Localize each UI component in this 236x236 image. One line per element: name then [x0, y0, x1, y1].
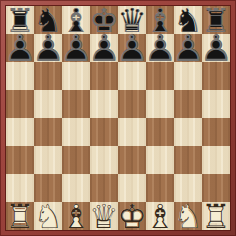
square-f7[interactable]: ♟♙	[146, 34, 174, 62]
white-queen: ♛♕	[90, 202, 118, 230]
square-e4[interactable]	[118, 118, 146, 146]
piece-outline-glyph: ♘	[34, 202, 62, 230]
white-rook: ♜♖	[6, 202, 34, 230]
square-d7[interactable]: ♟♙	[90, 34, 118, 62]
square-h1[interactable]: ♜♖	[202, 202, 230, 230]
square-f6[interactable]	[146, 62, 174, 90]
square-a1[interactable]: ♜♖	[6, 202, 34, 230]
square-d1[interactable]: ♛♕	[90, 202, 118, 230]
square-h3[interactable]	[202, 146, 230, 174]
board-frame: ♜♖♞♘♝♗♚♔♛♕♝♗♞♘♜♖♟♙♟♙♟♙♟♙♟♙♟♙♟♙♟♙♜♖♞♘♝♗♛♕…	[0, 0, 236, 236]
square-b1[interactable]: ♞♘	[34, 202, 62, 230]
square-e6[interactable]	[118, 62, 146, 90]
square-g5[interactable]	[174, 90, 202, 118]
piece-outline-glyph: ♔	[118, 202, 146, 230]
square-f3[interactable]	[146, 146, 174, 174]
white-rook: ♜♖	[202, 202, 230, 230]
white-bishop: ♝♗	[62, 202, 90, 230]
square-b6[interactable]	[34, 62, 62, 90]
square-a4[interactable]	[6, 118, 34, 146]
square-g6[interactable]	[174, 62, 202, 90]
piece-outline-glyph: ♗	[146, 202, 174, 230]
square-c1[interactable]: ♝♗	[62, 202, 90, 230]
square-f4[interactable]	[146, 118, 174, 146]
square-a3[interactable]	[6, 146, 34, 174]
square-e7[interactable]: ♟♙	[118, 34, 146, 62]
black-pawn: ♟♙	[34, 34, 62, 62]
square-h7[interactable]: ♟♙	[202, 34, 230, 62]
white-knight: ♞♘	[174, 202, 202, 230]
square-e1[interactable]: ♚♔	[118, 202, 146, 230]
square-f1[interactable]: ♝♗	[146, 202, 174, 230]
black-pawn: ♟♙	[174, 34, 202, 62]
square-h5[interactable]	[202, 90, 230, 118]
piece-outline-glyph: ♙	[118, 34, 146, 62]
square-e5[interactable]	[118, 90, 146, 118]
piece-outline-glyph: ♙	[202, 34, 230, 62]
piece-outline-glyph: ♖	[202, 202, 230, 230]
square-g7[interactable]: ♟♙	[174, 34, 202, 62]
piece-outline-glyph: ♙	[146, 34, 174, 62]
piece-outline-glyph: ♗	[62, 202, 90, 230]
square-c5[interactable]	[62, 90, 90, 118]
square-d5[interactable]	[90, 90, 118, 118]
square-g3[interactable]	[174, 146, 202, 174]
piece-outline-glyph: ♘	[174, 202, 202, 230]
square-h6[interactable]	[202, 62, 230, 90]
square-b3[interactable]	[34, 146, 62, 174]
square-a5[interactable]	[6, 90, 34, 118]
white-bishop: ♝♗	[146, 202, 174, 230]
square-c7[interactable]: ♟♙	[62, 34, 90, 62]
piece-outline-glyph: ♙	[174, 34, 202, 62]
white-king: ♚♔	[118, 202, 146, 230]
square-a6[interactable]	[6, 62, 34, 90]
black-pawn: ♟♙	[90, 34, 118, 62]
square-c4[interactable]	[62, 118, 90, 146]
square-d3[interactable]	[90, 146, 118, 174]
chess-board: ♜♖♞♘♝♗♚♔♛♕♝♗♞♘♜♖♟♙♟♙♟♙♟♙♟♙♟♙♟♙♟♙♜♖♞♘♝♗♛♕…	[6, 6, 230, 230]
black-pawn: ♟♙	[118, 34, 146, 62]
piece-outline-glyph: ♙	[6, 34, 34, 62]
square-b7[interactable]: ♟♙	[34, 34, 62, 62]
square-b5[interactable]	[34, 90, 62, 118]
black-pawn: ♟♙	[146, 34, 174, 62]
piece-outline-glyph: ♙	[34, 34, 62, 62]
black-pawn: ♟♙	[62, 34, 90, 62]
piece-outline-glyph: ♖	[6, 202, 34, 230]
square-a7[interactable]: ♟♙	[6, 34, 34, 62]
piece-outline-glyph: ♙	[90, 34, 118, 62]
square-d6[interactable]	[90, 62, 118, 90]
square-e3[interactable]	[118, 146, 146, 174]
white-knight: ♞♘	[34, 202, 62, 230]
piece-outline-glyph: ♕	[90, 202, 118, 230]
square-b4[interactable]	[34, 118, 62, 146]
square-c6[interactable]	[62, 62, 90, 90]
square-c3[interactable]	[62, 146, 90, 174]
square-h4[interactable]	[202, 118, 230, 146]
square-g4[interactable]	[174, 118, 202, 146]
black-pawn: ♟♙	[6, 34, 34, 62]
square-f5[interactable]	[146, 90, 174, 118]
black-pawn: ♟♙	[202, 34, 230, 62]
square-d4[interactable]	[90, 118, 118, 146]
piece-outline-glyph: ♙	[62, 34, 90, 62]
square-g1[interactable]: ♞♘	[174, 202, 202, 230]
